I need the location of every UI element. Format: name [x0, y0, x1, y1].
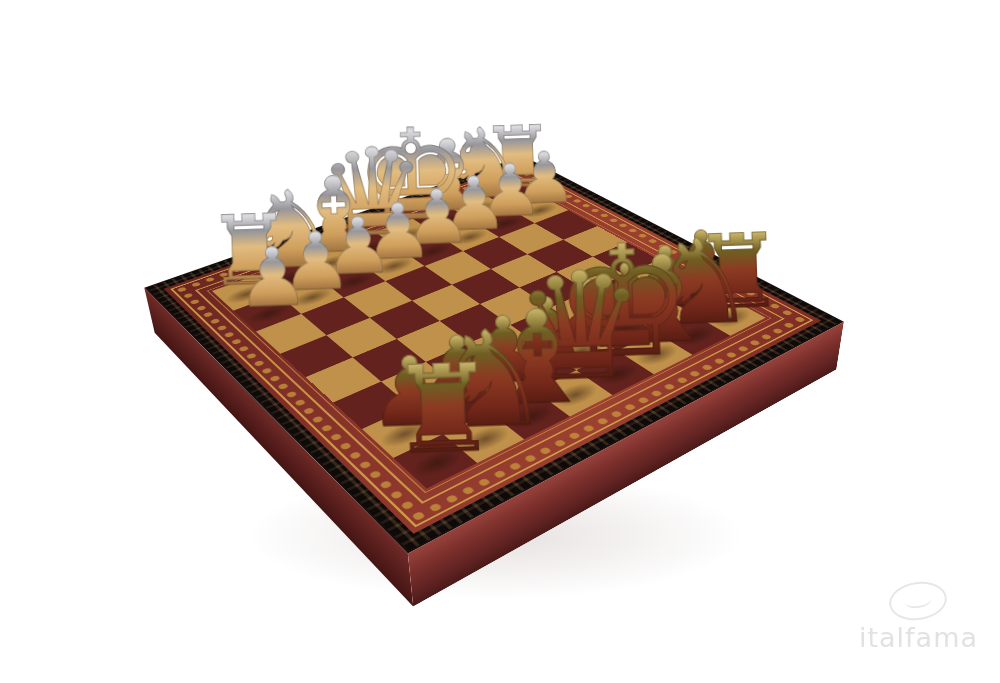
carved-rim: ♜♞♝♛♚♝♞♜♟♟♟♟♟♟♟♟♟♟♟♟♟♟♟♟♜♞♝♛♚♝♞♜ — [144, 156, 844, 554]
leather-border: ♜♞♝♛♚♝♞♜♟♟♟♟♟♟♟♟♟♟♟♟♟♟♟♟♜♞♝♛♚♝♞♜ — [164, 163, 822, 534]
board-box: ♜♞♝♛♚♝♞♜♟♟♟♟♟♟♟♟♟♟♟♟♟♟♟♟♜♞♝♛♚♝♞♜ — [144, 156, 844, 554]
chess-set-scene: ♜♞♝♛♚♝♞♜♟♟♟♟♟♟♟♟♟♟♟♟♟♟♟♟♜♞♝♛♚♝♞♜ — [0, 0, 1000, 683]
watermark-text: italfama — [859, 622, 978, 653]
black-rook-a8: ♜ — [387, 347, 499, 471]
brand-watermark: italfama — [859, 582, 978, 653]
photo-backdrop: ♜♞♝♛♚♝♞♜♟♟♟♟♟♟♟♟♟♟♟♟♟♟♟♟♜♞♝♛♚♝♞♜ italfam… — [0, 0, 1000, 683]
white-pawn-a2: ♟ — [235, 236, 310, 319]
watermark-logo — [887, 578, 950, 624]
